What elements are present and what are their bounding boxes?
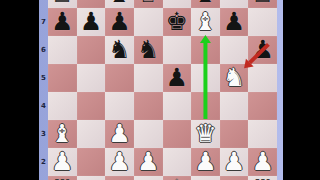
square-e1[interactable]: ♚ bbox=[163, 176, 192, 180]
letterbox-left bbox=[0, 0, 39, 180]
square-e4[interactable] bbox=[163, 92, 192, 120]
square-d8[interactable]: ♛ bbox=[134, 0, 163, 8]
rank-label-5: 5 bbox=[39, 74, 48, 82]
piece-black-knight: ♞ bbox=[105, 36, 134, 64]
square-e6[interactable] bbox=[163, 36, 192, 64]
letterbox-right bbox=[283, 0, 320, 180]
square-e3[interactable] bbox=[163, 120, 192, 148]
square-e2[interactable] bbox=[163, 148, 192, 176]
square-c7[interactable]: ♟ bbox=[105, 8, 134, 36]
square-h7[interactable] bbox=[248, 8, 277, 36]
square-g4[interactable] bbox=[220, 92, 249, 120]
square-h8[interactable]: ♜ bbox=[248, 0, 277, 8]
square-f2[interactable]: ♟ bbox=[191, 148, 220, 176]
square-b4[interactable] bbox=[77, 92, 106, 120]
video-frame: 765432 ♜♝♛♝♜♟♟♟♚♝♟♞♞♟♟♞♝♟♛♟♟♟♟♟♟♜♚♜ bbox=[0, 0, 320, 180]
square-d7[interactable] bbox=[134, 8, 163, 36]
piece-black-pawn: ♟ bbox=[105, 8, 134, 36]
square-d2[interactable]: ♟ bbox=[134, 148, 163, 176]
square-h3[interactable] bbox=[248, 120, 277, 148]
square-b3[interactable] bbox=[77, 120, 106, 148]
square-h1[interactable]: ♜ bbox=[248, 176, 277, 180]
square-c2[interactable]: ♟ bbox=[105, 148, 134, 176]
square-a2[interactable]: ♟ bbox=[48, 148, 77, 176]
piece-white-bishop: ♝ bbox=[48, 120, 77, 148]
rank-label-3: 3 bbox=[39, 130, 48, 138]
square-h6[interactable]: ♟ bbox=[248, 36, 277, 64]
square-h2[interactable]: ♟ bbox=[248, 148, 277, 176]
chess-board: 765432 ♜♝♛♝♜♟♟♟♚♝♟♞♞♟♟♞♝♟♛♟♟♟♟♟♟♜♚♜ bbox=[39, 0, 283, 180]
square-f3[interactable]: ♛ bbox=[191, 120, 220, 148]
piece-white-pawn: ♟ bbox=[48, 148, 77, 176]
piece-white-rook: ♜ bbox=[248, 176, 277, 180]
piece-white-king: ♚ bbox=[163, 176, 192, 180]
square-b1[interactable] bbox=[77, 176, 106, 180]
square-g7[interactable]: ♟ bbox=[220, 8, 249, 36]
piece-white-pawn: ♟ bbox=[105, 120, 134, 148]
square-c4[interactable] bbox=[105, 92, 134, 120]
square-c1[interactable] bbox=[105, 176, 134, 180]
square-b7[interactable]: ♟ bbox=[77, 8, 106, 36]
piece-black-pawn: ♟ bbox=[48, 8, 77, 36]
square-h5[interactable] bbox=[248, 64, 277, 92]
square-e7[interactable]: ♚ bbox=[163, 8, 192, 36]
piece-black-queen: ♛ bbox=[134, 0, 163, 8]
square-a6[interactable] bbox=[48, 36, 77, 64]
rank-label-6: 6 bbox=[39, 46, 48, 54]
square-f7[interactable]: ♝ bbox=[191, 8, 220, 36]
piece-black-pawn: ♟ bbox=[77, 8, 106, 36]
square-c5[interactable] bbox=[105, 64, 134, 92]
square-a5[interactable] bbox=[48, 64, 77, 92]
square-a3[interactable]: ♝ bbox=[48, 120, 77, 148]
square-f1[interactable] bbox=[191, 176, 220, 180]
square-d1[interactable] bbox=[134, 176, 163, 180]
piece-white-pawn: ♟ bbox=[191, 148, 220, 176]
square-b6[interactable] bbox=[77, 36, 106, 64]
piece-white-rook: ♜ bbox=[48, 176, 77, 180]
piece-white-bishop: ♝ bbox=[191, 8, 220, 36]
square-g3[interactable] bbox=[220, 120, 249, 148]
square-g6[interactable] bbox=[220, 36, 249, 64]
square-f5[interactable] bbox=[191, 64, 220, 92]
rank-labels-strip: 765432 bbox=[39, 0, 48, 180]
square-f6[interactable] bbox=[191, 36, 220, 64]
square-g5[interactable]: ♞ bbox=[220, 64, 249, 92]
piece-white-pawn: ♟ bbox=[220, 148, 249, 176]
piece-white-queen: ♛ bbox=[191, 120, 220, 148]
square-d5[interactable] bbox=[134, 64, 163, 92]
rank-label-2: 2 bbox=[39, 158, 48, 166]
piece-black-pawn: ♟ bbox=[163, 64, 192, 92]
piece-black-pawn: ♟ bbox=[220, 8, 249, 36]
square-e5[interactable]: ♟ bbox=[163, 64, 192, 92]
square-d4[interactable] bbox=[134, 92, 163, 120]
piece-white-pawn: ♟ bbox=[134, 148, 163, 176]
piece-black-pawn: ♟ bbox=[248, 36, 277, 64]
piece-black-king: ♚ bbox=[163, 8, 192, 36]
square-h4[interactable] bbox=[248, 92, 277, 120]
square-d3[interactable] bbox=[134, 120, 163, 148]
rank-label-4: 4 bbox=[39, 102, 48, 110]
piece-white-knight: ♞ bbox=[220, 64, 249, 92]
piece-white-pawn: ♟ bbox=[105, 148, 134, 176]
square-a7[interactable]: ♟ bbox=[48, 8, 77, 36]
square-a4[interactable] bbox=[48, 92, 77, 120]
square-g2[interactable]: ♟ bbox=[220, 148, 249, 176]
square-d6[interactable]: ♞ bbox=[134, 36, 163, 64]
square-c3[interactable]: ♟ bbox=[105, 120, 134, 148]
piece-black-rook: ♜ bbox=[248, 0, 277, 8]
square-g1[interactable] bbox=[220, 176, 249, 180]
board-grid: ♜♝♛♝♜♟♟♟♚♝♟♞♞♟♟♞♝♟♛♟♟♟♟♟♟♜♚♜ bbox=[48, 0, 277, 180]
square-f4[interactable] bbox=[191, 92, 220, 120]
square-b5[interactable] bbox=[77, 64, 106, 92]
square-a1[interactable]: ♜ bbox=[48, 176, 77, 180]
rank-label-7: 7 bbox=[39, 18, 48, 26]
piece-black-knight: ♞ bbox=[134, 36, 163, 64]
piece-white-pawn: ♟ bbox=[248, 148, 277, 176]
square-c6[interactable]: ♞ bbox=[105, 36, 134, 64]
square-b2[interactable] bbox=[77, 148, 106, 176]
